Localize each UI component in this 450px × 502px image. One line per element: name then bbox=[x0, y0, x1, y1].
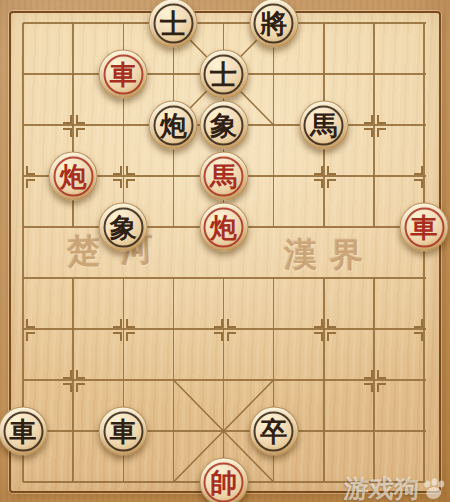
star-point-marker bbox=[327, 166, 336, 175]
star-point-marker bbox=[314, 319, 323, 328]
grid-line bbox=[72, 278, 74, 482]
star-point-marker bbox=[76, 128, 85, 137]
piece-black-advisor[interactable]: 士 bbox=[199, 50, 248, 99]
piece-glyph: 馬 bbox=[210, 162, 237, 189]
piece-glyph: 車 bbox=[110, 60, 137, 87]
star-point-marker bbox=[227, 319, 236, 328]
star-point-marker bbox=[63, 370, 72, 379]
piece-red-rook[interactable]: 車 bbox=[99, 50, 148, 99]
piece-black-advisor[interactable]: 士 bbox=[149, 0, 198, 48]
star-point-marker bbox=[113, 166, 122, 175]
star-point-marker bbox=[314, 332, 323, 341]
star-point-marker bbox=[113, 179, 122, 188]
star-point-marker bbox=[63, 115, 72, 124]
star-point-marker bbox=[377, 383, 386, 392]
grid-line bbox=[223, 278, 225, 482]
star-point-marker bbox=[76, 115, 85, 124]
star-point-marker bbox=[314, 179, 323, 188]
piece-glyph: 士 bbox=[210, 60, 237, 87]
star-point-marker bbox=[214, 332, 223, 341]
grid-line bbox=[23, 379, 426, 381]
piece-glyph: 車 bbox=[10, 417, 37, 444]
grid-line bbox=[23, 22, 426, 24]
grid-line bbox=[373, 23, 375, 227]
star-point-marker bbox=[377, 128, 386, 137]
piece-glyph: 馬 bbox=[310, 111, 337, 138]
piece-glyph: 帥 bbox=[210, 468, 237, 495]
piece-glyph: 象 bbox=[110, 213, 137, 240]
star-point-marker bbox=[26, 179, 35, 188]
xiangqi-board: 楚河 漢界 士將車士炮象馬炮馬象炮車車車卒帥 游戏狗 bbox=[0, 0, 450, 502]
star-point-marker bbox=[414, 332, 423, 341]
star-point-marker bbox=[364, 383, 373, 392]
star-point-marker bbox=[126, 166, 135, 175]
star-point-marker bbox=[414, 166, 423, 175]
star-point-marker bbox=[214, 319, 223, 328]
piece-red-cannon[interactable]: 炮 bbox=[199, 203, 248, 252]
star-point-marker bbox=[364, 128, 373, 137]
star-point-marker bbox=[327, 332, 336, 341]
star-point-marker bbox=[314, 166, 323, 175]
piece-red-general[interactable]: 帥 bbox=[199, 458, 248, 502]
star-point-marker bbox=[414, 319, 423, 328]
piece-glyph: 士 bbox=[160, 9, 187, 36]
piece-red-horse[interactable]: 馬 bbox=[199, 152, 248, 201]
star-point-marker bbox=[26, 166, 35, 175]
piece-glyph: 車 bbox=[110, 417, 137, 444]
grid-line bbox=[373, 278, 375, 482]
piece-glyph: 炮 bbox=[160, 111, 187, 138]
river-label-right: 漢界 bbox=[284, 238, 376, 271]
star-point-marker bbox=[227, 332, 236, 341]
piece-glyph: 將 bbox=[260, 9, 287, 36]
piece-black-horse[interactable]: 馬 bbox=[299, 101, 348, 150]
dog-paw-icon bbox=[420, 477, 448, 501]
piece-glyph: 車 bbox=[411, 213, 438, 240]
piece-black-cannon[interactable]: 炮 bbox=[149, 101, 198, 150]
piece-red-cannon[interactable]: 炮 bbox=[49, 152, 98, 201]
piece-black-general[interactable]: 將 bbox=[249, 0, 298, 48]
grid-line bbox=[273, 23, 275, 227]
star-point-marker bbox=[76, 383, 85, 392]
piece-glyph: 卒 bbox=[260, 417, 287, 444]
star-point-marker bbox=[113, 332, 122, 341]
grid-line bbox=[23, 328, 426, 330]
star-point-marker bbox=[377, 370, 386, 379]
watermark-text: 游戏狗 bbox=[343, 476, 420, 501]
watermark-logo: 游戏狗 bbox=[343, 476, 448, 501]
star-point-marker bbox=[63, 128, 72, 137]
grid-line bbox=[323, 278, 325, 482]
piece-glyph: 象 bbox=[210, 111, 237, 138]
star-point-marker bbox=[377, 115, 386, 124]
grid-line bbox=[23, 430, 426, 432]
star-point-marker bbox=[26, 332, 35, 341]
piece-black-pawn[interactable]: 卒 bbox=[249, 407, 298, 456]
star-point-marker bbox=[126, 319, 135, 328]
star-point-marker bbox=[364, 115, 373, 124]
star-point-marker bbox=[63, 383, 72, 392]
piece-black-rook[interactable]: 車 bbox=[0, 407, 48, 456]
grid-line bbox=[23, 277, 426, 279]
star-point-marker bbox=[126, 179, 135, 188]
piece-black-elephant[interactable]: 象 bbox=[199, 101, 248, 150]
piece-red-rook[interactable]: 車 bbox=[400, 203, 449, 252]
star-point-marker bbox=[364, 370, 373, 379]
piece-black-elephant[interactable]: 象 bbox=[99, 203, 148, 252]
grid-line bbox=[173, 278, 175, 482]
piece-black-rook[interactable]: 車 bbox=[99, 407, 148, 456]
star-point-marker bbox=[113, 319, 122, 328]
star-point-marker bbox=[76, 370, 85, 379]
grid-line bbox=[423, 23, 425, 482]
star-point-marker bbox=[414, 179, 423, 188]
piece-glyph: 炮 bbox=[210, 213, 237, 240]
star-point-marker bbox=[26, 319, 35, 328]
star-point-marker bbox=[327, 179, 336, 188]
star-point-marker bbox=[327, 319, 336, 328]
piece-glyph: 炮 bbox=[60, 162, 87, 189]
star-point-marker bbox=[126, 332, 135, 341]
